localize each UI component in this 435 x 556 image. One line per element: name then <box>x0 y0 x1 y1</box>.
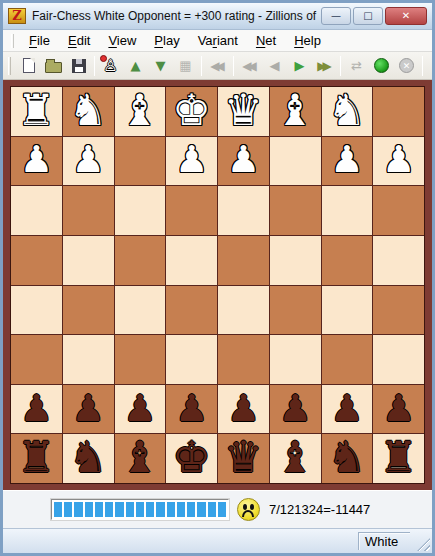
window-title: Fair-Chess White Opponent = +300 rating … <box>32 9 317 23</box>
black-knight: ♞ <box>328 436 367 479</box>
square-r8-c1[interactable]: ♜ <box>11 434 62 483</box>
hint-icon: ▦ <box>179 59 191 72</box>
square-r2-c7[interactable]: ♟ <box>322 137 373 186</box>
square-r7-c3[interactable]: ♟ <box>115 385 166 434</box>
turn-indicator: White <box>358 532 410 550</box>
board-frame: ♜♞♝♚♛♝♞♟♟♟♟♟♟♟♟♟♟♟♟♟♟♜♞♝♚♛♝♞♜ <box>3 80 432 490</box>
menu-bar: FileEditViewPlayVariantNetHelp <box>3 30 432 52</box>
square-r4-c3[interactable] <box>115 236 166 285</box>
square-r5-c4[interactable] <box>166 286 217 335</box>
black-bishop: ♝ <box>121 436 160 479</box>
progress-segment <box>136 502 144 517</box>
red-ball-icon <box>100 55 107 62</box>
black-queen: ♛ <box>224 436 263 479</box>
replay-start-icon: ◀◀ <box>210 60 220 72</box>
square-r1-c2[interactable]: ♞ <box>63 87 114 136</box>
menu-file[interactable]: File <box>20 31 59 50</box>
toolbar-grip <box>8 57 11 75</box>
close-button[interactable]: ✕ <box>385 7 427 25</box>
white-bishop: ♝ <box>276 89 315 132</box>
toolbar-separator <box>201 56 202 76</box>
menu-edit[interactable]: Edit <box>59 31 99 50</box>
square-r5-c6[interactable] <box>270 286 321 335</box>
square-r7-c7[interactable]: ♟ <box>322 385 373 434</box>
square-r1-c6[interactable]: ♝ <box>270 87 321 136</box>
sad-smiley-icon <box>237 498 260 521</box>
stop-thinking-icon: ✕ <box>399 58 414 73</box>
white-queen: ♛ <box>224 89 263 132</box>
black-pawn: ♟ <box>175 390 208 427</box>
analysis-strip: 7/121324=-11447 <box>3 490 432 528</box>
square-r7-c2[interactable]: ♟ <box>63 385 114 434</box>
new-icon <box>23 58 35 73</box>
progress-segment <box>115 502 123 517</box>
engine-search-text: 7/121324=-11447 <box>269 502 370 517</box>
strength-up-icon: ▲ <box>131 59 141 72</box>
stop-thinking-button: ✕ <box>394 55 419 77</box>
square-r8-c7[interactable]: ♞ <box>322 434 373 483</box>
redo-icon: ▶ <box>295 59 305 72</box>
white-pawn: ♟ <box>72 141 105 178</box>
square-r5-c8[interactable] <box>373 286 424 335</box>
strength-down-icon: ▼ <box>156 59 166 72</box>
square-r6-c6[interactable] <box>270 335 321 384</box>
black-knight: ♞ <box>69 436 108 479</box>
square-r6-c2[interactable] <box>63 335 114 384</box>
undo-all-button: ◀◀ <box>237 55 262 77</box>
square-r3-c8[interactable] <box>373 186 424 235</box>
square-r5-c3[interactable] <box>115 286 166 335</box>
start-thinking-icon <box>374 58 389 73</box>
new-button[interactable] <box>16 55 41 77</box>
square-r4-c8[interactable] <box>373 236 424 285</box>
progress-segment <box>218 502 226 517</box>
square-r1-c3[interactable]: ♝ <box>115 87 166 136</box>
progress-segment <box>64 502 72 517</box>
toolbar-separator <box>233 56 234 76</box>
white-pawn: ♟ <box>20 141 53 178</box>
swap-sides-button: ⇄ <box>344 55 369 77</box>
progress-segment <box>177 502 185 517</box>
square-r2-c2[interactable]: ♟ <box>63 137 114 186</box>
move-now-icon: ♙ <box>103 58 117 74</box>
save-icon <box>72 59 86 73</box>
black-pawn: ♟ <box>330 390 363 427</box>
smiley-frown <box>242 510 254 517</box>
square-r3-c2[interactable] <box>63 186 114 235</box>
menu-play[interactable]: Play <box>145 31 188 50</box>
resize-grip[interactable] <box>417 538 430 551</box>
square-r1-c8[interactable] <box>373 87 424 136</box>
square-r2-c3[interactable] <box>115 137 166 186</box>
progress-segment <box>146 502 154 517</box>
swap-sides-icon: ⇄ <box>351 59 362 72</box>
square-r5-c7[interactable] <box>322 286 373 335</box>
undo-all-icon: ◀◀ <box>242 60 252 72</box>
square-r1-c5[interactable]: ♛ <box>218 87 269 136</box>
progress-segment <box>95 502 103 517</box>
square-r7-c8[interactable]: ♟ <box>373 385 424 434</box>
minimize-button[interactable]: — <box>321 7 351 25</box>
title-bar[interactable]: Z Fair-Chess White Opponent = +300 ratin… <box>3 3 432 30</box>
white-pawn: ♟ <box>175 141 208 178</box>
progress-segment <box>126 502 134 517</box>
smiley-eye <box>250 504 254 510</box>
black-pawn: ♟ <box>123 390 156 427</box>
square-r4-c7[interactable] <box>322 236 373 285</box>
progress-segment <box>54 502 62 517</box>
square-r6-c1[interactable] <box>11 335 62 384</box>
menu-grip <box>11 34 14 48</box>
square-r4-c2[interactable] <box>63 236 114 285</box>
square-r8-c4[interactable]: ♚ <box>166 434 217 483</box>
progress-segment <box>197 502 205 517</box>
square-r4-c5[interactable] <box>218 236 269 285</box>
black-pawn: ♟ <box>72 390 105 427</box>
square-r3-c3[interactable] <box>115 186 166 235</box>
white-bishop: ♝ <box>121 89 160 132</box>
save-button[interactable] <box>66 55 91 77</box>
square-r8-c5[interactable]: ♛ <box>218 434 269 483</box>
square-r8-c2[interactable]: ♞ <box>63 434 114 483</box>
square-r3-c6[interactable] <box>270 186 321 235</box>
square-r2-c8[interactable]: ♟ <box>373 137 424 186</box>
black-pawn: ♟ <box>382 390 415 427</box>
square-r4-c6[interactable] <box>270 236 321 285</box>
square-r4-c1[interactable] <box>11 236 62 285</box>
redo-all-button[interactable]: ▶▶ <box>312 55 337 77</box>
white-knight: ♞ <box>328 89 367 132</box>
square-r5-c1[interactable] <box>11 286 62 335</box>
square-r1-c1[interactable]: ♜ <box>11 87 62 136</box>
menu-net[interactable]: Net <box>247 31 285 50</box>
white-knight: ♞ <box>69 89 108 132</box>
square-r3-c7[interactable] <box>322 186 373 235</box>
black-rook: ♜ <box>17 436 56 479</box>
toolbar: ♙▲▼▦◀◀◀◀◀▶▶▶⇄✕ <box>3 52 432 80</box>
square-r2-c6[interactable] <box>270 137 321 186</box>
square-r8-c8[interactable]: ♜ <box>373 434 424 483</box>
redo-all-icon: ▶▶ <box>317 60 327 72</box>
square-r6-c3[interactable] <box>115 335 166 384</box>
square-r1-c7[interactable]: ♞ <box>322 87 373 136</box>
toolbar-separator <box>340 56 341 76</box>
progress-segment <box>208 502 216 517</box>
undo-button: ◀ <box>262 55 287 77</box>
progress-segment <box>156 502 164 517</box>
maximize-button[interactable]: □ <box>353 7 383 25</box>
square-r6-c8[interactable] <box>373 335 424 384</box>
square-r3-c4[interactable] <box>166 186 217 235</box>
menu-variant[interactable]: Variant <box>189 31 247 50</box>
square-r8-c3[interactable]: ♝ <box>115 434 166 483</box>
move-now-button[interactable]: ♙ <box>98 55 123 77</box>
progress-segment <box>74 502 82 517</box>
status-bar: White <box>3 528 432 553</box>
black-pawn: ♟ <box>20 390 53 427</box>
progress-segment <box>85 502 93 517</box>
progress-segment <box>105 502 113 517</box>
square-r5-c2[interactable] <box>63 286 114 335</box>
square-r4-c4[interactable] <box>166 236 217 285</box>
square-r3-c5[interactable] <box>218 186 269 235</box>
menu-help[interactable]: Help <box>285 31 330 50</box>
window-controls: — □ ✕ <box>321 7 427 25</box>
square-r6-c7[interactable] <box>322 335 373 384</box>
replay-start-button: ◀◀ <box>205 55 230 77</box>
black-pawn: ♟ <box>279 390 312 427</box>
square-r7-c1[interactable]: ♟ <box>11 385 62 434</box>
hint-button: ▦ <box>173 55 198 77</box>
square-r7-c5[interactable]: ♟ <box>218 385 269 434</box>
toolbar-separator <box>94 56 95 76</box>
white-pawn: ♟ <box>330 141 363 178</box>
redo-button[interactable]: ▶ <box>287 55 312 77</box>
menu-view[interactable]: View <box>99 31 145 50</box>
black-rook: ♜ <box>379 436 418 479</box>
white-pawn: ♟ <box>227 141 260 178</box>
square-r7-c6[interactable]: ♟ <box>270 385 321 434</box>
chess-board: ♜♞♝♚♛♝♞♟♟♟♟♟♟♟♟♟♟♟♟♟♟♜♞♝♚♛♝♞♜ <box>10 86 425 484</box>
square-r3-c1[interactable] <box>11 186 62 235</box>
square-r2-c5[interactable]: ♟ <box>218 137 269 186</box>
open-button[interactable] <box>41 55 66 77</box>
square-r7-c4[interactable]: ♟ <box>166 385 217 434</box>
black-king: ♚ <box>172 436 211 479</box>
open-icon <box>45 62 62 73</box>
toolbar-separator <box>422 56 423 76</box>
square-r2-c4[interactable]: ♟ <box>166 137 217 186</box>
strength-down-button[interactable]: ▼ <box>148 55 173 77</box>
white-king: ♚ <box>172 89 211 132</box>
square-r6-c4[interactable] <box>166 335 217 384</box>
black-bishop: ♝ <box>276 436 315 479</box>
app-window: Z Fair-Chess White Opponent = +300 ratin… <box>0 0 435 556</box>
strength-up-button[interactable]: ▲ <box>123 55 148 77</box>
start-thinking-button[interactable] <box>369 55 394 77</box>
progress-bar <box>51 499 229 520</box>
square-r8-c6[interactable]: ♝ <box>270 434 321 483</box>
white-rook: ♜ <box>17 89 56 132</box>
progress-segment <box>167 502 175 517</box>
square-r6-c5[interactable] <box>218 335 269 384</box>
square-r2-c1[interactable]: ♟ <box>11 137 62 186</box>
undo-icon: ◀ <box>270 59 280 72</box>
zillions-logo-icon: Z <box>8 8 26 24</box>
black-pawn: ♟ <box>227 390 260 427</box>
square-r1-c4[interactable]: ♚ <box>166 87 217 136</box>
progress-segment <box>187 502 195 517</box>
square-r5-c5[interactable] <box>218 286 269 335</box>
white-pawn: ♟ <box>382 141 415 178</box>
